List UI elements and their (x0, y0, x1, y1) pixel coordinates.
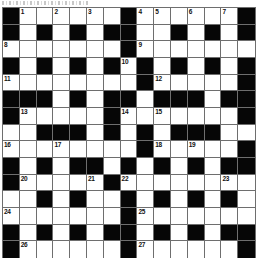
cell-r15c8 (121, 241, 138, 258)
cell-r8c14[interactable] (221, 125, 238, 142)
cell-r14c11[interactable] (171, 225, 188, 242)
clue-number-11: 11 (4, 75, 10, 82)
cell-r1c6[interactable]: 3 (87, 8, 104, 25)
cell-r1c2[interactable]: 1 (20, 8, 37, 25)
cell-r12c6[interactable] (87, 191, 104, 208)
cell-r12c15[interactable] (238, 191, 255, 208)
clue-number-7: 7 (222, 8, 225, 15)
cell-r10c10 (154, 158, 171, 175)
cell-r2c14[interactable] (221, 25, 238, 42)
cell-r9c13[interactable] (205, 141, 222, 158)
cell-r4c4[interactable] (53, 58, 70, 75)
cell-r8c3 (37, 125, 54, 142)
cell-r5c12[interactable] (188, 75, 205, 92)
cell-r10c8 (121, 158, 138, 175)
clue-number-16: 16 (4, 141, 11, 148)
cell-r10c15 (238, 158, 255, 175)
cell-r15c14[interactable] (221, 241, 238, 258)
cell-r4c11 (171, 58, 188, 75)
clue-number-10: 10 (122, 58, 129, 65)
cell-r11c10[interactable] (154, 175, 171, 192)
cell-r2c10[interactable] (154, 25, 171, 42)
cell-r9c9 (137, 141, 154, 158)
cell-r4c6[interactable] (87, 58, 104, 75)
clue-number-24: 24 (4, 208, 11, 215)
cell-r8c11 (171, 125, 188, 142)
cell-r9c2[interactable] (20, 141, 37, 158)
cell-r14c13[interactable] (205, 225, 222, 242)
cell-r3c15[interactable] (238, 41, 255, 58)
cell-r7c14[interactable] (221, 108, 238, 125)
cell-r15c5[interactable] (70, 241, 87, 258)
cell-r12c4[interactable] (53, 191, 70, 208)
cell-r4c10[interactable] (154, 58, 171, 75)
cell-r4c13 (205, 58, 222, 75)
cell-r1c8 (121, 8, 138, 25)
cell-r14c3 (37, 225, 54, 242)
cell-r7c6[interactable] (87, 108, 104, 125)
cell-r1c1 (3, 8, 20, 25)
cell-r9c10[interactable]: 18 (154, 141, 171, 158)
cell-r2c12[interactable] (188, 25, 205, 42)
cell-r9c6[interactable] (87, 141, 104, 158)
cell-r14c9[interactable] (137, 225, 154, 242)
cell-r8c8[interactable] (121, 125, 138, 142)
cell-r12c5 (70, 191, 87, 208)
cell-r3c14[interactable] (221, 41, 238, 58)
cell-r10c7[interactable] (104, 158, 121, 175)
clue-number-22: 22 (122, 175, 129, 182)
cell-r5c13[interactable] (205, 75, 222, 92)
cell-r13c15[interactable] (238, 208, 255, 225)
cell-r3c8 (121, 41, 138, 58)
cell-r2c15 (238, 25, 255, 42)
cell-r13c6[interactable] (87, 208, 104, 225)
cell-r6c3 (37, 91, 54, 108)
cell-r14c2[interactable] (20, 225, 37, 242)
cell-r6c6[interactable] (87, 91, 104, 108)
cell-r5c6[interactable] (87, 75, 104, 92)
cell-r4c12[interactable] (188, 58, 205, 75)
cell-r3c3[interactable] (37, 41, 54, 58)
cell-r7c7 (104, 108, 121, 125)
cell-r10c13[interactable] (205, 158, 222, 175)
cell-r13c4[interactable] (53, 208, 70, 225)
cell-r6c7 (104, 91, 121, 108)
cell-r11c11[interactable] (171, 175, 188, 192)
clue-number-1: 1 (21, 8, 24, 15)
cell-r5c3[interactable] (37, 75, 54, 92)
cell-r4c2[interactable] (20, 58, 37, 75)
cell-r2c9[interactable] (137, 25, 154, 42)
cell-r12c7[interactable] (104, 191, 121, 208)
cell-r8c15[interactable] (238, 125, 255, 142)
cell-r2c5 (70, 25, 87, 42)
cell-r12c10 (154, 191, 171, 208)
cell-r11c13[interactable] (205, 175, 222, 192)
cell-r4c8[interactable]: 10 (121, 58, 138, 75)
clue-number-18: 18 (155, 141, 162, 148)
cell-r12c2[interactable] (20, 191, 37, 208)
cell-r12c8 (121, 191, 138, 208)
cell-r9c5[interactable] (70, 141, 87, 158)
cell-r2c6[interactable] (87, 25, 104, 42)
cell-r7c1 (3, 108, 20, 125)
cell-r3c4[interactable] (53, 41, 70, 58)
clue-number-4: 4 (138, 8, 141, 15)
cell-r10c12 (188, 158, 205, 175)
cell-r1c9[interactable]: 4 (137, 8, 154, 25)
cell-r1c3[interactable] (37, 8, 54, 25)
cell-r6c1 (3, 91, 20, 108)
cell-r13c7[interactable] (104, 208, 121, 225)
cell-r5c1[interactable]: 11 (3, 75, 20, 92)
cell-r8c12 (188, 125, 205, 142)
cell-r7c15 (238, 108, 255, 125)
cell-r10c14 (221, 158, 238, 175)
cell-r10c1 (3, 158, 20, 175)
cell-r3c5[interactable] (70, 41, 87, 58)
cell-r2c7 (104, 25, 121, 42)
cell-r8c9 (137, 125, 154, 142)
cell-r2c13 (205, 25, 222, 42)
cell-r15c12[interactable] (188, 241, 205, 258)
cell-r1c13[interactable] (205, 8, 222, 25)
cell-r1c12[interactable]: 6 (188, 8, 205, 25)
cell-r7c9[interactable] (137, 108, 154, 125)
cell-r11c5[interactable] (70, 175, 87, 192)
cell-r5c8[interactable] (121, 75, 138, 92)
cell-r9c1[interactable]: 16 (3, 141, 20, 158)
cell-r7c10[interactable]: 15 (154, 108, 171, 125)
clue-number-15: 15 (155, 108, 162, 115)
clue-number-23: 23 (222, 175, 229, 182)
cell-r4c14[interactable] (221, 58, 238, 75)
cell-r6c10 (154, 91, 171, 108)
cell-r7c13[interactable] (205, 108, 222, 125)
cell-r9c3[interactable] (37, 141, 54, 158)
cell-r12c13[interactable] (205, 191, 222, 208)
cell-r13c8 (121, 208, 138, 225)
cell-r13c12[interactable] (188, 208, 205, 225)
clue-number-25: 25 (138, 208, 145, 215)
cell-r14c7 (104, 225, 121, 242)
cell-r15c3[interactable] (37, 241, 54, 258)
cell-r2c2[interactable] (20, 25, 37, 42)
cell-r6c8 (121, 91, 138, 108)
cell-r2c1 (3, 25, 20, 42)
clue-number-13: 13 (21, 108, 28, 115)
cell-r13c5[interactable] (70, 208, 87, 225)
cell-r9c4[interactable]: 17 (53, 141, 70, 158)
cell-r3c13[interactable] (205, 41, 222, 58)
cell-r6c2 (20, 91, 37, 108)
cell-r13c13[interactable] (205, 208, 222, 225)
cell-r10c2[interactable] (20, 158, 37, 175)
clue-number-14: 14 (122, 108, 129, 115)
cell-r11c7 (104, 175, 121, 192)
cell-r5c9 (137, 75, 154, 92)
cell-r2c4[interactable] (53, 25, 70, 42)
cell-r10c4[interactable] (53, 158, 70, 175)
cell-r13c2[interactable] (20, 208, 37, 225)
cell-r4c7 (104, 58, 121, 75)
cell-r8c10[interactable] (154, 125, 171, 142)
clue-number-21: 21 (88, 175, 95, 182)
cell-r14c8 (121, 225, 138, 242)
cell-r5c10[interactable]: 12 (154, 75, 171, 92)
cell-r5c11[interactable] (171, 75, 188, 92)
cell-r1c5[interactable] (70, 8, 87, 25)
cell-r6c12 (188, 91, 205, 108)
cell-r1c7[interactable] (104, 8, 121, 25)
cell-r4c5 (70, 58, 87, 75)
cell-r2c8 (121, 25, 138, 42)
cell-r11c8[interactable]: 22 (121, 175, 138, 192)
cell-r8c4 (53, 125, 70, 142)
cell-r3c12[interactable] (188, 41, 205, 58)
cell-r6c13[interactable] (205, 91, 222, 108)
cell-r11c9[interactable] (137, 175, 154, 192)
cell-r13c1[interactable]: 24 (3, 208, 20, 225)
cell-r6c15 (238, 91, 255, 108)
cell-r9c15 (238, 141, 255, 158)
cell-r13c10[interactable] (154, 208, 171, 225)
cell-r7c8[interactable]: 14 (121, 108, 138, 125)
cell-r7c12[interactable] (188, 108, 205, 125)
cell-r7c4[interactable] (53, 108, 70, 125)
cell-r10c6 (87, 158, 104, 175)
clue-number-3: 3 (88, 8, 91, 15)
cell-r1c10[interactable]: 5 (154, 8, 171, 25)
cell-r3c11[interactable] (171, 41, 188, 58)
cell-r13c14[interactable] (221, 208, 238, 225)
cell-r5c2[interactable] (20, 75, 37, 92)
cell-r4c3 (37, 58, 54, 75)
clue-number-12: 12 (155, 75, 162, 82)
cell-r4c15 (238, 58, 255, 75)
cell-r3c2[interactable] (20, 41, 37, 58)
cell-r6c5 (70, 91, 87, 108)
cell-r7c3[interactable] (37, 108, 54, 125)
cell-r15c9[interactable]: 27 (137, 241, 154, 258)
cell-r3c7[interactable] (104, 41, 121, 58)
cell-r1c15 (238, 8, 255, 25)
cell-r15c7[interactable] (104, 241, 121, 258)
clue-number-5: 5 (155, 8, 158, 15)
cell-r1c11[interactable] (171, 8, 188, 25)
cell-r5c5[interactable] (70, 75, 87, 92)
cell-r11c1 (3, 175, 20, 192)
cell-r11c14[interactable]: 23 (221, 175, 238, 192)
cell-r3c1[interactable]: 8 (3, 41, 20, 58)
cell-r6c9[interactable] (137, 91, 154, 108)
cell-r1c14[interactable]: 7 (221, 8, 238, 25)
cell-r10c11[interactable] (171, 158, 188, 175)
cell-r15c4[interactable] (53, 241, 70, 258)
cell-r14c15 (238, 225, 255, 242)
clue-number-9: 9 (138, 41, 141, 48)
cell-r11c4[interactable] (53, 175, 70, 192)
cell-r5c15 (238, 75, 255, 92)
cell-r11c12[interactable] (188, 175, 205, 192)
cell-r14c14 (221, 225, 238, 242)
cell-r15c13[interactable] (205, 241, 222, 258)
cell-r10c5 (70, 158, 87, 175)
cell-r9c12[interactable]: 19 (188, 141, 205, 158)
crossword-grid: 1234567891011121314151617181920212223242… (2, 7, 256, 258)
cell-r3c9[interactable]: 9 (137, 41, 154, 58)
cell-r10c3 (37, 158, 54, 175)
cell-r8c2[interactable] (20, 125, 37, 142)
cell-r12c3 (37, 191, 54, 208)
header-text-illegible (2, 1, 88, 5)
clue-number-2: 2 (54, 8, 57, 15)
cell-r14c4[interactable] (53, 225, 70, 242)
cell-r8c1[interactable] (3, 125, 20, 142)
cell-r7c11[interactable] (171, 108, 188, 125)
cell-r12c11[interactable] (171, 191, 188, 208)
cell-r8c5 (70, 125, 87, 142)
clue-number-19: 19 (189, 141, 196, 148)
clue-number-6: 6 (189, 8, 192, 15)
crossword-page: 1234567891011121314151617181920212223242… (0, 0, 267, 258)
cell-r9c8[interactable] (121, 141, 138, 158)
cell-r2c11 (171, 25, 188, 42)
cell-r5c14[interactable] (221, 75, 238, 92)
cell-r15c2[interactable]: 26 (20, 241, 37, 258)
cell-r8c6[interactable] (87, 125, 104, 142)
cell-r7c2[interactable]: 13 (20, 108, 37, 125)
cell-r14c10 (154, 225, 171, 242)
cell-r6c4[interactable] (53, 91, 70, 108)
cell-r12c9[interactable] (137, 191, 154, 208)
cell-r12c12 (188, 191, 205, 208)
cell-r13c3[interactable] (37, 208, 54, 225)
cell-r12c14 (221, 191, 238, 208)
cell-r11c3[interactable] (37, 175, 54, 192)
cell-r15c6[interactable] (87, 241, 104, 258)
cell-r12c1[interactable] (3, 191, 20, 208)
cell-r14c1 (3, 225, 20, 242)
clue-number-8: 8 (4, 41, 7, 48)
cell-r6c14 (221, 91, 238, 108)
cell-r5c7[interactable] (104, 75, 121, 92)
clue-number-27: 27 (138, 241, 145, 248)
cell-r13c9[interactable]: 25 (137, 208, 154, 225)
cell-r7c5[interactable] (70, 108, 87, 125)
cell-r14c6[interactable] (87, 225, 104, 242)
cell-r3c6[interactable] (87, 41, 104, 58)
cell-r6c11 (171, 91, 188, 108)
cell-r15c10[interactable] (154, 241, 171, 258)
cell-r1c4[interactable]: 2 (53, 8, 70, 25)
cell-r8c13 (205, 125, 222, 142)
cell-r5c4[interactable] (53, 75, 70, 92)
clue-number-20: 20 (21, 175, 28, 182)
cell-r15c1 (3, 241, 20, 258)
cell-r11c15[interactable] (238, 175, 255, 192)
cell-r9c14[interactable] (221, 141, 238, 158)
cell-r4c1 (3, 58, 20, 75)
cell-r9c7[interactable] (104, 141, 121, 158)
cell-r10c9[interactable] (137, 158, 154, 175)
cell-r3c10[interactable] (154, 41, 171, 58)
cell-r15c15 (238, 241, 255, 258)
cell-r13c11[interactable] (171, 208, 188, 225)
cell-r4c9 (137, 58, 154, 75)
cell-r15c11[interactable] (171, 241, 188, 258)
cell-r11c2[interactable]: 20 (20, 175, 37, 192)
cell-r2c3 (37, 25, 54, 42)
cell-r11c6[interactable]: 21 (87, 175, 104, 192)
cell-r14c5 (70, 225, 87, 242)
cell-r14c12 (188, 225, 205, 242)
clue-number-26: 26 (21, 241, 28, 248)
clue-number-17: 17 (54, 141, 61, 148)
cell-r8c7 (104, 125, 121, 142)
cell-r9c11[interactable] (171, 141, 188, 158)
